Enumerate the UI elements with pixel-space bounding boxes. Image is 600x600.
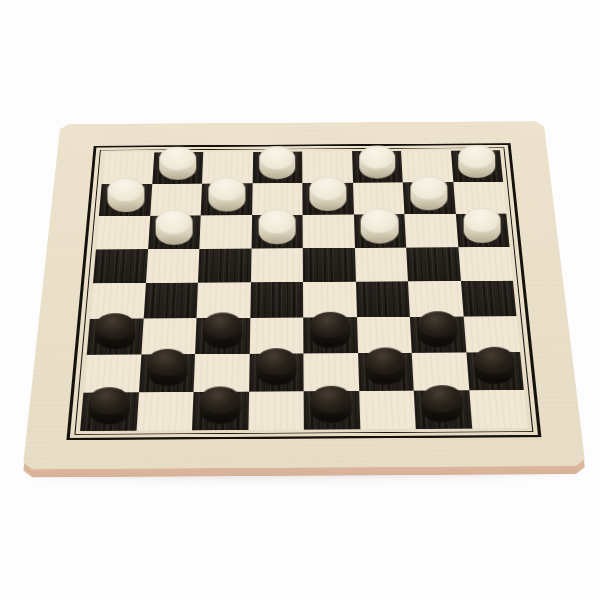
black-piece[interactable]: [311, 386, 352, 424]
piece-top: [418, 311, 458, 337]
piece-top: [458, 144, 495, 168]
white-piece[interactable]: [208, 177, 245, 211]
white-piece[interactable]: [259, 146, 296, 180]
piece-top: [147, 349, 187, 376]
white-piece[interactable]: [359, 145, 396, 179]
black-piece[interactable]: [422, 385, 463, 423]
black-piece[interactable]: [310, 312, 350, 348]
black-piece[interactable]: [95, 313, 135, 349]
piece-top: [359, 145, 396, 169]
piece-top: [200, 386, 241, 413]
piece-top: [107, 178, 144, 203]
piece-top: [361, 208, 399, 233]
black-piece[interactable]: [474, 347, 514, 384]
piece-top: [310, 312, 350, 338]
piece-top: [422, 385, 463, 412]
white-piece[interactable]: [107, 178, 144, 212]
piece-top: [259, 146, 296, 170]
black-piece[interactable]: [147, 349, 187, 386]
white-piece[interactable]: [463, 208, 501, 243]
black-piece[interactable]: [200, 386, 241, 424]
piece-top: [208, 177, 245, 202]
piece-top: [89, 387, 130, 414]
piece-top: [474, 347, 514, 374]
piece-top: [311, 386, 352, 413]
black-piece[interactable]: [418, 311, 458, 347]
pieces-layer: [0, 0, 600, 600]
white-piece[interactable]: [155, 210, 193, 245]
white-piece[interactable]: [309, 177, 346, 211]
piece-top: [256, 348, 296, 375]
piece-top: [258, 209, 296, 234]
piece-top: [309, 177, 346, 202]
white-piece[interactable]: [159, 146, 196, 180]
piece-top: [203, 312, 243, 338]
piece-top: [463, 208, 501, 233]
white-piece[interactable]: [458, 144, 495, 178]
white-piece[interactable]: [410, 176, 447, 210]
photo-background: [0, 0, 600, 600]
black-piece[interactable]: [89, 387, 130, 425]
piece-top: [159, 146, 196, 170]
piece-top: [155, 210, 193, 235]
piece-top: [95, 313, 135, 339]
white-piece[interactable]: [361, 208, 399, 243]
piece-top: [365, 348, 405, 375]
board-scene: [0, 0, 600, 600]
black-piece[interactable]: [365, 348, 405, 385]
black-piece[interactable]: [203, 312, 243, 348]
white-piece[interactable]: [258, 209, 296, 244]
black-piece[interactable]: [256, 348, 296, 385]
